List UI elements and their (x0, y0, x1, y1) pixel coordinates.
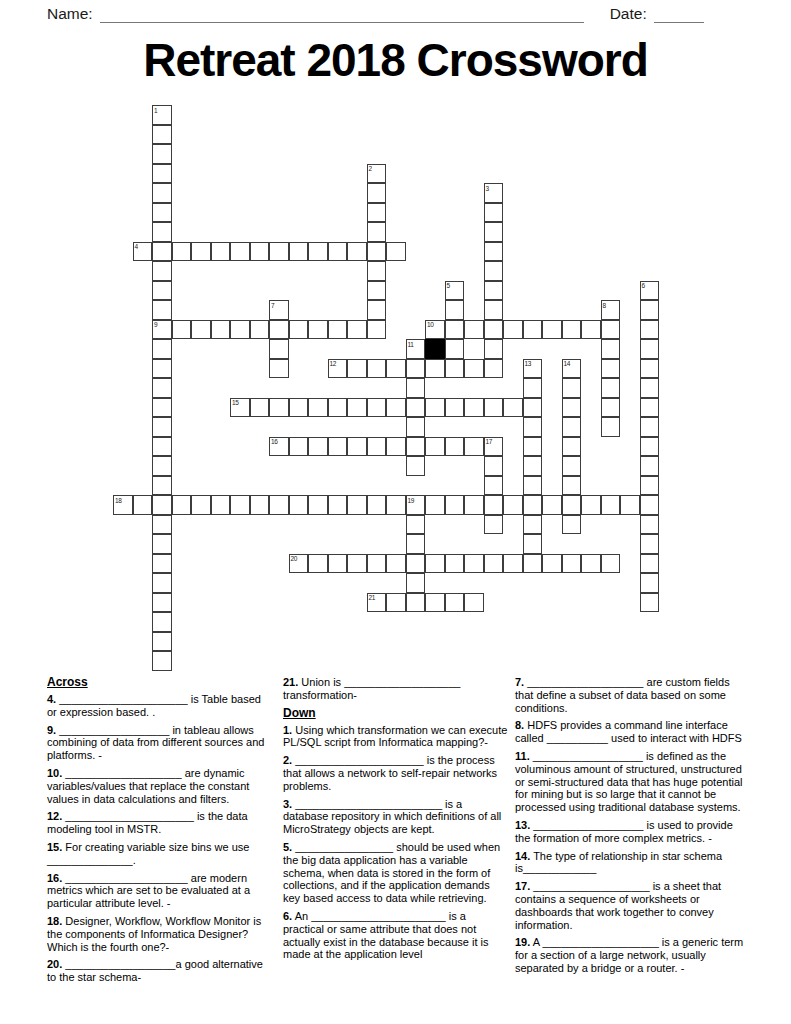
clue-number-10: 10 (427, 321, 434, 328)
grid-cell-r7c14[interactable] (386, 242, 406, 262)
grid-cell-r4c2[interactable] (152, 183, 172, 203)
grid-cell-r17c2[interactable] (152, 437, 172, 457)
grid-cell-r19c23[interactable] (562, 476, 582, 496)
grid-cell-r23c11[interactable] (328, 554, 348, 574)
grid-cell-r2c2[interactable] (152, 144, 172, 164)
clue-down-19: 19. A ___________________ is a generic t… (515, 936, 749, 974)
grid-cell-r11c12[interactable] (347, 320, 367, 340)
grid-cell-r17c12[interactable] (347, 437, 367, 457)
grid-cell-r1c2[interactable] (152, 125, 172, 145)
clue-down-5: 5. ________________ should be used when … (283, 841, 509, 905)
grid-cell-r4c19[interactable]: 3 (484, 183, 504, 203)
clue-number-label: 10. (47, 767, 62, 779)
clue-number-1: 1 (154, 107, 157, 114)
grid-cell-r18c21[interactable] (523, 456, 543, 476)
grid-cell-r20c5[interactable] (211, 495, 231, 515)
grid-cell-r13c13[interactable] (367, 359, 387, 379)
grid-cell-r15c7[interactable] (250, 398, 270, 418)
grid-cell-r13c18[interactable] (464, 359, 484, 379)
grid-cell-r14c21[interactable] (523, 378, 543, 398)
grid-cell-r7c3[interactable] (172, 242, 192, 262)
grid-cell-r15c8[interactable] (269, 398, 289, 418)
grid-cell-r10c17[interactable] (445, 300, 465, 320)
grid-cell-r21c15[interactable] (406, 515, 426, 535)
grid-cell-r15c2[interactable] (152, 398, 172, 418)
grid-cell-r7c12[interactable] (347, 242, 367, 262)
grid-cell-r23c20[interactable] (503, 554, 523, 574)
date-blank-line[interactable] (654, 7, 704, 23)
grid-cell-r18c23[interactable] (562, 456, 582, 476)
grid-cell-r12c2[interactable] (152, 339, 172, 359)
grid-cell-r23c15[interactable] (406, 554, 426, 574)
clue-across-12: 12. _____________________ is the data mo… (47, 810, 273, 836)
grid-cell-r20c16[interactable] (425, 495, 445, 515)
grid-cell-r6c2[interactable] (152, 222, 172, 242)
grid-cell-r21c27[interactable] (640, 515, 660, 535)
clue-down-8: 8. HDFS provides a command line interfac… (515, 719, 749, 745)
clue-number-5: 5 (447, 282, 450, 289)
grid-cell-r19c2[interactable] (152, 476, 172, 496)
clue-down-6: 6. An ______________________ is a practi… (283, 910, 509, 961)
clue-number-7: 7 (271, 302, 274, 309)
grid-cell-r15c6[interactable]: 15 (230, 398, 250, 418)
grid-cell-r18c19[interactable] (484, 456, 504, 476)
clue-number-2: 2 (369, 165, 372, 172)
grid-cell-r20c18[interactable] (464, 495, 484, 515)
grid-cell-r3c13[interactable]: 2 (367, 164, 387, 184)
grid-cell-r25c27[interactable] (640, 593, 660, 613)
clue-column-2: 21. Union is ___________________ transfo… (283, 676, 509, 966)
clue-across-21: 21. Union is ___________________ transfo… (283, 676, 509, 702)
grid-cell-r11c21[interactable] (523, 320, 543, 340)
grid-cell-r17c18[interactable] (464, 437, 484, 457)
clue-number-8: 8 (603, 302, 606, 309)
clue-across-18: 18. Designer, Workflow, Workflow Monitor… (47, 915, 273, 953)
grid-cell-r23c25[interactable] (601, 554, 621, 574)
clue-number-label: 20. (47, 958, 62, 970)
grid-cell-r17c8[interactable]: 16 (269, 437, 289, 457)
grid-cell-r17c15[interactable] (406, 437, 426, 457)
grid-cell-r18c15[interactable] (406, 456, 426, 476)
clue-number-label: 16. (47, 872, 62, 884)
grid-cell-r20c15[interactable]: 19 (406, 495, 426, 515)
grid-cell-r7c4[interactable] (191, 242, 211, 262)
grid-cell-r20c8[interactable] (269, 495, 289, 515)
grid-cell-r7c13[interactable] (367, 242, 387, 262)
grid-cell-r8c19[interactable] (484, 261, 504, 281)
grid-cell-r15c16[interactable] (425, 398, 445, 418)
grid-cell-r11c10[interactable] (308, 320, 328, 340)
grid-cell-r11c22[interactable] (542, 320, 562, 340)
grid-cell-r11c7[interactable] (250, 320, 270, 340)
grid-cell-r11c11[interactable] (328, 320, 348, 340)
grid-cell-r14c25[interactable] (601, 378, 621, 398)
grid-cell-r7c19[interactable] (484, 242, 504, 262)
clue-number-9: 9 (154, 321, 157, 328)
grid-cell-r7c2[interactable] (152, 242, 172, 262)
grid-cell-r23c9[interactable]: 20 (289, 554, 309, 574)
grid-cell-r12c19[interactable] (484, 339, 504, 359)
grid-cell-r20c19[interactable] (484, 495, 504, 515)
clue-down-3: 3. ________________________ is a databas… (283, 798, 509, 836)
clue-number-label: 19. (515, 936, 530, 948)
grid-cell-r10c27[interactable] (640, 300, 660, 320)
grid-cell-r10c19[interactable] (484, 300, 504, 320)
grid-cell-r15c27[interactable] (640, 398, 660, 418)
clue-number-label: 15. (47, 841, 62, 853)
grid-cell-r6c19[interactable] (484, 222, 504, 242)
grid-cell-r13c25[interactable] (601, 359, 621, 379)
clue-number-label: 4. (47, 693, 56, 705)
grid-cell-r21c23[interactable] (562, 515, 582, 535)
clue-number-label: 9. (47, 724, 56, 736)
grid-cell-r10c2[interactable] (152, 300, 172, 320)
grid-cell-r17c14[interactable] (386, 437, 406, 457)
grid-cell-r20c7[interactable] (250, 495, 270, 515)
grid-cell-r20c9[interactable] (289, 495, 309, 515)
grid-cell-r13c14[interactable] (386, 359, 406, 379)
grid-cell-r17c9[interactable] (289, 437, 309, 457)
grid-cell-r17c17[interactable] (445, 437, 465, 457)
grid-cell-r20c13[interactable] (367, 495, 387, 515)
grid-cell-r11c17[interactable] (445, 320, 465, 340)
clue-across-16: 16. ____________________ are modern metr… (47, 872, 273, 910)
clue-number-15: 15 (232, 399, 239, 406)
grid-cell-r25c2[interactable] (152, 593, 172, 613)
grid-cell-r16c21[interactable] (523, 417, 543, 437)
grid-cell-r20c22[interactable] (542, 495, 562, 515)
clue-number-14: 14 (564, 360, 571, 367)
grid-cell-r23c23[interactable] (562, 554, 582, 574)
grid-cell-r25c13[interactable]: 21 (367, 593, 387, 613)
grid-cell-r6c13[interactable] (367, 222, 387, 242)
clue-number-label: 2. (283, 754, 292, 766)
grid-cell-r18c2[interactable] (152, 456, 172, 476)
grid-cell-r9c13[interactable] (367, 281, 387, 301)
grid-cell-r20c14[interactable] (386, 495, 406, 515)
grid-cell-r21c2[interactable] (152, 515, 172, 535)
grid-cell-r20c25[interactable] (601, 495, 621, 515)
grid-cell-r17c21[interactable] (523, 437, 543, 457)
grid-cell-r20c17[interactable] (445, 495, 465, 515)
grid-cell-r13c21[interactable]: 13 (523, 359, 543, 379)
grid-cell-r15c20[interactable] (503, 398, 523, 418)
clue-down-13: 13. __________________ is used to provid… (515, 819, 749, 845)
grid-cell-r11c16[interactable]: 10 (425, 320, 445, 340)
grid-cell-r13c2[interactable] (152, 359, 172, 379)
grid-cell-r20c4[interactable] (191, 495, 211, 515)
clue-number-6: 6 (642, 282, 645, 289)
grid-cell-r14c27[interactable] (640, 378, 660, 398)
clue-number-21: 21 (369, 594, 376, 601)
grid-cell-r26c2[interactable] (152, 612, 172, 632)
grid-cell-r22c15[interactable] (406, 534, 426, 554)
grid-cell-r5c13[interactable] (367, 203, 387, 223)
grid-cell-r11c6[interactable] (230, 320, 250, 340)
grid-cell-r16c15[interactable] (406, 417, 426, 437)
crossword-grid: 123456789101112131415161718192021 (113, 105, 659, 671)
grid-cell-r23c12[interactable] (347, 554, 367, 574)
clue-number-label: 7. (515, 676, 524, 688)
grid-cell-r20c26[interactable] (620, 495, 640, 515)
black-cell (425, 339, 445, 359)
grid-cell-r15c9[interactable] (289, 398, 309, 418)
grid-cell-r7c7[interactable] (250, 242, 270, 262)
grid-cell-r11c25[interactable] (601, 320, 621, 340)
clue-column-3: 7. ___________________ are custom fields… (515, 676, 749, 980)
grid-cell-r7c6[interactable] (230, 242, 250, 262)
grid-cell-r15c21[interactable] (523, 398, 543, 418)
grid-cell-r17c11[interactable] (328, 437, 348, 457)
grid-cell-r17c23[interactable] (562, 437, 582, 457)
clue-number-label: 8. (515, 719, 524, 731)
grid-cell-r20c6[interactable] (230, 495, 250, 515)
grid-cell-r15c11[interactable] (328, 398, 348, 418)
clue-across-4: 4. _____________________ is Table based … (47, 693, 273, 719)
grid-cell-r20c20[interactable] (503, 495, 523, 515)
grid-cell-r12c25[interactable] (601, 339, 621, 359)
grid-cell-r18c27[interactable] (640, 456, 660, 476)
grid-cell-r11c2[interactable]: 9 (152, 320, 172, 340)
grid-cell-r15c17[interactable] (445, 398, 465, 418)
name-date-bar: Name: Date: (47, 5, 737, 23)
clue-number-label: 18. (47, 915, 62, 927)
grid-cell-r10c13[interactable] (367, 300, 387, 320)
grid-cell-r12c15[interactable]: 11 (406, 339, 426, 359)
grid-cell-r23c10[interactable] (308, 554, 328, 574)
grid-cell-r13c16[interactable] (425, 359, 445, 379)
grid-cell-r24c2[interactable] (152, 573, 172, 593)
grid-cell-r24c15[interactable] (406, 573, 426, 593)
grid-cell-r14c15[interactable] (406, 378, 426, 398)
clue-number-3: 3 (486, 185, 489, 192)
grid-cell-r22c2[interactable] (152, 534, 172, 554)
down-heading: Down (283, 707, 509, 720)
grid-cell-r11c20[interactable] (503, 320, 523, 340)
clue-number-label: 14. (515, 850, 530, 862)
grid-cell-r20c24[interactable] (581, 495, 601, 515)
grid-cell-r11c8[interactable] (269, 320, 289, 340)
clue-number-20: 20 (291, 555, 298, 562)
clue-across-15: 15. For creating variable size bins we u… (47, 841, 273, 867)
grid-cell-r15c13[interactable] (367, 398, 387, 418)
clue-down-1: 1. Using which transformation we can exe… (283, 724, 509, 750)
clue-number-16: 16 (271, 438, 278, 445)
grid-cell-r23c27[interactable] (640, 554, 660, 574)
grid-cell-r17c10[interactable] (308, 437, 328, 457)
grid-cell-r9c2[interactable] (152, 281, 172, 301)
grid-cell-r20c3[interactable] (172, 495, 192, 515)
grid-cell-r21c21[interactable] (523, 515, 543, 535)
grid-cell-r12c27[interactable] (640, 339, 660, 359)
grid-cell-r20c2[interactable] (152, 495, 172, 515)
grid-cell-r17c13[interactable] (367, 437, 387, 457)
clue-down-2: 2. _____________________ is the process … (283, 754, 509, 792)
grid-cell-r4c13[interactable] (367, 183, 387, 203)
grid-cell-r5c2[interactable] (152, 203, 172, 223)
grid-cell-r11c9[interactable] (289, 320, 309, 340)
clue-number-12: 12 (330, 360, 337, 367)
clue-number-label: 1. (283, 724, 292, 736)
name-label: Name: (47, 5, 93, 23)
grid-cell-r8c2[interactable] (152, 261, 172, 281)
grid-cell-r20c11[interactable] (328, 495, 348, 515)
grid-cell-r23c2[interactable] (152, 554, 172, 574)
grid-cell-r27c2[interactable] (152, 632, 172, 652)
page-title: Retreat 2018 Crossword (0, 33, 791, 87)
grid-cell-r9c19[interactable] (484, 281, 504, 301)
clue-number-13: 13 (525, 360, 532, 367)
grid-cell-r3c2[interactable] (152, 164, 172, 184)
across-heading: Across (47, 676, 273, 689)
clue-number-label: 11. (515, 750, 530, 762)
grid-cell-r8c13[interactable] (367, 261, 387, 281)
clue-down-17: 17. ___________________ is a sheet that … (515, 880, 749, 931)
grid-cell-r13c19[interactable] (484, 359, 504, 379)
grid-cell-r15c23[interactable] (562, 398, 582, 418)
name-blank-line[interactable] (100, 7, 584, 23)
grid-cell-r20c12[interactable] (347, 495, 367, 515)
clue-down-14: 14. The type of relationship in star sch… (515, 850, 749, 876)
grid-cell-r15c14[interactable] (386, 398, 406, 418)
grid-cell-r19c19[interactable] (484, 476, 504, 496)
grid-cell-r5c19[interactable] (484, 203, 504, 223)
grid-cell-r25c14[interactable] (386, 593, 406, 613)
grid-cell-r13c11[interactable]: 12 (328, 359, 348, 379)
grid-cell-r22c21[interactable] (523, 534, 543, 554)
grid-cell-r16c27[interactable] (640, 417, 660, 437)
grid-cell-r23c14[interactable] (386, 554, 406, 574)
grid-cell-r15c18[interactable] (464, 398, 484, 418)
grid-cell-r15c25[interactable] (601, 398, 621, 418)
grid-cell-r7c11[interactable] (328, 242, 348, 262)
grid-cell-r20c23[interactable] (562, 495, 582, 515)
grid-cell-r10c8[interactable]: 7 (269, 300, 289, 320)
grid-cell-r13c8[interactable] (269, 359, 289, 379)
grid-cell-r23c22[interactable] (542, 554, 562, 574)
grid-cell-r19c21[interactable] (523, 476, 543, 496)
clue-column-1: Across4. _____________________ is Table … (47, 676, 273, 989)
grid-cell-r12c8[interactable] (269, 339, 289, 359)
grid-cell-r7c8[interactable] (269, 242, 289, 262)
grid-cell-r28c2[interactable] (152, 651, 172, 671)
grid-cell-r20c10[interactable] (308, 495, 328, 515)
grid-cell-r20c21[interactable] (523, 495, 543, 515)
grid-cell-r16c25[interactable] (601, 417, 621, 437)
grid-cell-r11c5[interactable] (211, 320, 231, 340)
grid-cell-r23c16[interactable] (425, 554, 445, 574)
clue-across-10: 10. ___________________ are dynamic vari… (47, 767, 273, 805)
grid-cell-r0c2[interactable]: 1 (152, 105, 172, 125)
grid-cell-r11c27[interactable] (640, 320, 660, 340)
grid-cell-r15c15[interactable] (406, 398, 426, 418)
clue-number-18: 18 (115, 497, 122, 504)
grid-cell-r7c9[interactable] (289, 242, 309, 262)
grid-cell-r13c12[interactable] (347, 359, 367, 379)
grid-cell-r11c24[interactable] (581, 320, 601, 340)
grid-cell-r25c15[interactable] (406, 593, 426, 613)
clue-number-19: 19 (408, 497, 415, 504)
clue-number-label: 17. (515, 880, 530, 892)
clue-across-20: 20. __________________a good alternative… (47, 958, 273, 984)
grid-cell-r13c17[interactable] (445, 359, 465, 379)
grid-cell-r17c16[interactable] (425, 437, 445, 457)
grid-cell-r22c27[interactable] (640, 534, 660, 554)
grid-cell-r11c23[interactable] (562, 320, 582, 340)
grid-cell-r11c13[interactable] (367, 320, 387, 340)
grid-cell-r23c19[interactable] (484, 554, 504, 574)
grid-cell-r20c0[interactable]: 18 (113, 495, 133, 515)
grid-cell-r25c18[interactable] (464, 593, 484, 613)
grid-cell-r17c27[interactable] (640, 437, 660, 457)
grid-cell-r13c15[interactable] (406, 359, 426, 379)
grid-cell-r17c19[interactable]: 17 (484, 437, 504, 457)
grid-cell-r7c1[interactable]: 4 (133, 242, 153, 262)
grid-cell-r9c17[interactable]: 5 (445, 281, 465, 301)
grid-cell-r16c23[interactable] (562, 417, 582, 437)
grid-cell-r11c4[interactable] (191, 320, 211, 340)
grid-cell-r11c18[interactable] (464, 320, 484, 340)
clue-down-7: 7. ___________________ are custom fields… (515, 676, 749, 714)
grid-cell-r14c23[interactable] (562, 378, 582, 398)
grid-cell-r16c2[interactable] (152, 417, 172, 437)
grid-cell-r23c17[interactable] (445, 554, 465, 574)
grid-cell-r7c5[interactable] (211, 242, 231, 262)
grid-cell-r15c19[interactable] (484, 398, 504, 418)
clue-number-label: 6. (283, 910, 292, 922)
grid-cell-r11c3[interactable] (172, 320, 192, 340)
grid-cell-r14c2[interactable] (152, 378, 172, 398)
grid-cell-r23c13[interactable] (367, 554, 387, 574)
grid-cell-r24c27[interactable] (640, 573, 660, 593)
clue-number-label: 5. (283, 841, 292, 853)
grid-cell-r15c10[interactable] (308, 398, 328, 418)
grid-cell-r7c10[interactable] (308, 242, 328, 262)
grid-cell-r15c12[interactable] (347, 398, 367, 418)
clue-number-label: 3. (283, 798, 292, 810)
date-label: Date: (610, 5, 647, 23)
grid-cell-r11c19[interactable] (484, 320, 504, 340)
grid-cell-r20c1[interactable] (133, 495, 153, 515)
grid-cell-r25c16[interactable] (425, 593, 445, 613)
grid-cell-r9c27[interactable]: 6 (640, 281, 660, 301)
grid-cell-r10c25[interactable]: 8 (601, 300, 621, 320)
grid-cell-r13c23[interactable]: 14 (562, 359, 582, 379)
clue-number-11: 11 (408, 341, 414, 348)
grid-cell-r13c27[interactable] (640, 359, 660, 379)
grid-cell-r23c18[interactable] (464, 554, 484, 574)
grid-cell-r12c17[interactable] (445, 339, 465, 359)
grid-cell-r25c17[interactable] (445, 593, 465, 613)
clue-down-11: 11. __________________ is defined as the… (515, 750, 749, 814)
grid-cell-r23c24[interactable] (581, 554, 601, 574)
clue-across-9: 9. __________________ in tableau allows … (47, 724, 273, 762)
clue-number-label: 13. (515, 819, 530, 831)
clue-number-17: 17 (486, 438, 493, 445)
clue-number-label: 21. (283, 676, 298, 688)
grid-cell-r21c19[interactable] (484, 515, 504, 535)
clue-number-4: 4 (135, 243, 138, 250)
grid-cell-r19c27[interactable] (640, 476, 660, 496)
grid-cell-r20c27[interactable] (640, 495, 660, 515)
clue-number-label: 12. (47, 810, 62, 822)
grid-cell-r23c21[interactable] (523, 554, 543, 574)
